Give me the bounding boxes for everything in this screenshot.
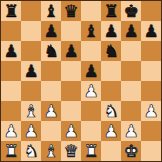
white-knight-icon: ♞ [23, 141, 38, 161]
square-g3[interactable] [121, 101, 141, 121]
white-pawn-icon: ♟ [143, 101, 158, 121]
square-a2[interactable]: ♟ [1, 121, 21, 141]
square-c5[interactable] [41, 61, 61, 81]
square-c4[interactable] [41, 81, 61, 101]
square-b4[interactable] [21, 81, 41, 101]
black-king-icon: ♚ [123, 1, 138, 21]
square-e5[interactable]: ♟ [81, 61, 101, 81]
black-pawn-icon: ♟ [43, 21, 58, 41]
white-bishop-icon: ♝ [23, 101, 38, 121]
square-f7[interactable]: ♟ [101, 21, 121, 41]
square-e4[interactable]: ♟ [81, 81, 101, 101]
white-rook-icon: ♜ [83, 141, 98, 161]
square-d3[interactable] [61, 101, 81, 121]
square-f5[interactable] [101, 61, 121, 81]
square-a3[interactable] [1, 101, 21, 121]
black-queen-icon: ♛ [63, 1, 78, 21]
square-e6[interactable] [81, 41, 101, 61]
square-g5[interactable] [121, 61, 141, 81]
square-b3[interactable]: ♝ [21, 101, 41, 121]
white-queen-icon: ♛ [63, 141, 78, 161]
square-g2[interactable]: ♟ [121, 121, 141, 141]
square-b1[interactable]: ♞ [21, 141, 41, 161]
black-pawn-icon: ♟ [103, 21, 118, 41]
square-b7[interactable] [21, 21, 41, 41]
square-g6[interactable] [121, 41, 141, 61]
square-e2[interactable] [81, 121, 101, 141]
square-c1[interactable]: ♝ [41, 141, 61, 161]
chess-board: ♜♝♛♜♚♟♝♟♟♟♟♞♟♞♟♟♟♝♟♞♟♟♟♟♟♟♜♞♝♛♜♚ [0, 0, 162, 162]
white-pawn-icon: ♟ [103, 121, 118, 141]
square-f4[interactable] [101, 81, 121, 101]
square-h4[interactable] [141, 81, 161, 101]
square-a5[interactable] [1, 61, 21, 81]
square-f2[interactable]: ♟ [101, 121, 121, 141]
square-d8[interactable]: ♛ [61, 1, 81, 21]
square-a7[interactable] [1, 21, 21, 41]
black-pawn-icon: ♟ [63, 41, 78, 61]
square-a4[interactable] [1, 81, 21, 101]
white-knight-icon: ♞ [103, 101, 118, 121]
black-pawn-icon: ♟ [123, 21, 138, 41]
square-g8[interactable]: ♚ [121, 1, 141, 21]
square-d6[interactable]: ♟ [61, 41, 81, 61]
square-b2[interactable]: ♟ [21, 121, 41, 141]
square-g1[interactable]: ♚ [121, 141, 141, 161]
square-c8[interactable]: ♝ [41, 1, 61, 21]
square-d4[interactable] [61, 81, 81, 101]
square-a6[interactable]: ♟ [1, 41, 21, 61]
white-king-icon: ♚ [123, 141, 138, 161]
square-f8[interactable]: ♜ [101, 1, 121, 21]
square-c6[interactable]: ♞ [41, 41, 61, 61]
square-d7[interactable] [61, 21, 81, 41]
black-pawn-icon: ♟ [23, 61, 38, 81]
square-b5[interactable]: ♟ [21, 61, 41, 81]
square-f1[interactable] [101, 141, 121, 161]
square-b8[interactable] [21, 1, 41, 21]
black-bishop-icon: ♝ [83, 21, 98, 41]
square-f3[interactable]: ♞ [101, 101, 121, 121]
black-knight-icon: ♞ [43, 41, 58, 61]
square-h1[interactable] [141, 141, 161, 161]
square-h6[interactable] [141, 41, 161, 61]
white-pawn-icon: ♟ [123, 121, 138, 141]
square-e8[interactable] [81, 1, 101, 21]
square-a1[interactable]: ♜ [1, 141, 21, 161]
white-bishop-icon: ♝ [43, 141, 58, 161]
white-pawn-icon: ♟ [43, 101, 58, 121]
square-g7[interactable]: ♟ [121, 21, 141, 41]
square-a8[interactable]: ♜ [1, 1, 21, 21]
square-f6[interactable]: ♞ [101, 41, 121, 61]
black-knight-icon: ♞ [103, 41, 118, 61]
white-pawn-icon: ♟ [23, 121, 38, 141]
square-h3[interactable]: ♟ [141, 101, 161, 121]
square-d1[interactable]: ♛ [61, 141, 81, 161]
black-rook-icon: ♜ [103, 1, 118, 21]
black-pawn-icon: ♟ [83, 61, 98, 81]
black-pawn-icon: ♟ [143, 21, 158, 41]
square-c7[interactable]: ♟ [41, 21, 61, 41]
square-d5[interactable] [61, 61, 81, 81]
white-pawn-icon: ♟ [63, 121, 78, 141]
square-b6[interactable] [21, 41, 41, 61]
white-pawn-icon: ♟ [3, 121, 18, 141]
square-e7[interactable]: ♝ [81, 21, 101, 41]
square-e3[interactable] [81, 101, 101, 121]
square-e1[interactable]: ♜ [81, 141, 101, 161]
square-d2[interactable]: ♟ [61, 121, 81, 141]
black-pawn-icon: ♟ [3, 41, 18, 61]
square-h2[interactable] [141, 121, 161, 141]
white-pawn-icon: ♟ [83, 81, 98, 101]
square-h8[interactable] [141, 1, 161, 21]
square-c2[interactable] [41, 121, 61, 141]
square-h5[interactable] [141, 61, 161, 81]
square-h7[interactable]: ♟ [141, 21, 161, 41]
white-rook-icon: ♜ [3, 141, 18, 161]
square-c3[interactable]: ♟ [41, 101, 61, 121]
black-bishop-icon: ♝ [43, 1, 58, 21]
square-g4[interactable] [121, 81, 141, 101]
black-rook-icon: ♜ [3, 1, 18, 21]
